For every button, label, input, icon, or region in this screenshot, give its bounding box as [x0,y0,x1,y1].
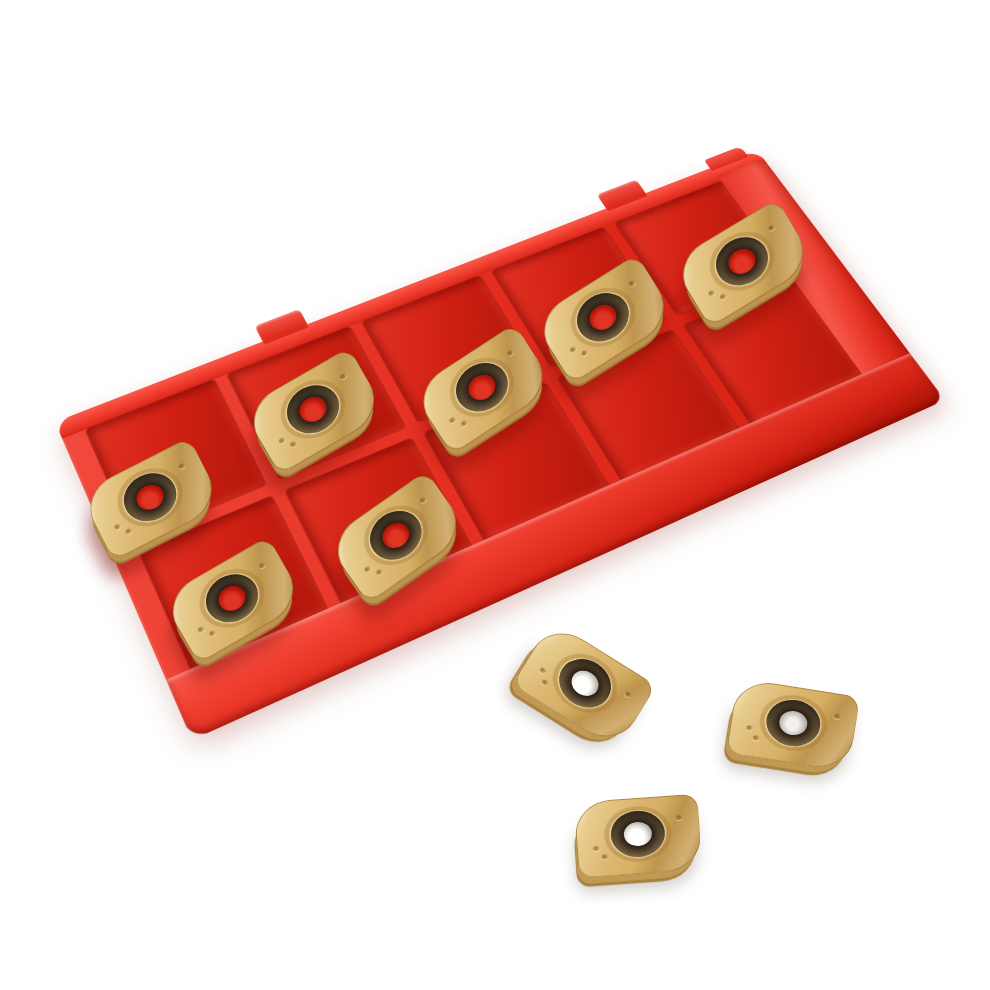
insert-dimple [178,462,187,470]
insert-dimple [592,846,599,851]
insert-dimple [363,566,372,574]
insert-bore [377,517,414,553]
insert-bore [724,244,760,279]
insert-dimple [419,496,428,504]
insert-bore [214,581,250,616]
milling-insert-r1c5 [670,198,815,327]
milling-insert-r1c1 [79,437,224,561]
insert-dimple [707,290,716,298]
insert-dimple [752,735,760,741]
insert-dimple [676,815,683,820]
insert-dimple [448,417,457,425]
insert-bore [567,666,604,701]
insert-dimple [538,667,547,675]
insert-dimple [624,691,633,699]
insert-bore [778,709,809,737]
milling-insert-r2c1 [160,536,305,664]
milling-insert-loose-1 [511,620,656,750]
milling-insert-loose-3 [574,794,703,878]
insert-dimple [258,562,267,570]
insert-dimple [506,349,515,357]
milling-insert-loose-2 [726,678,860,772]
insert-dimple [601,854,608,859]
insert-dimple [834,714,842,720]
insert-bore [295,392,331,427]
milling-insert-r1c4 [531,254,676,384]
backdrop [0,0,990,990]
insert-bore [463,369,500,404]
inserts-layer [0,0,990,990]
insert-dimple [197,626,206,634]
milling-insert-r2c2 [324,470,469,603]
milling-insert-r1c3 [410,323,555,454]
milling-insert-r1c2 [241,347,386,475]
insert-bore [132,480,168,514]
insert-dimple [745,725,753,731]
insert-dimple [628,280,637,288]
insert-dimple [278,437,287,445]
insert-dimple [767,224,776,232]
insert-bore [585,300,622,335]
insert-dimple [113,523,122,531]
insert-dimple [569,346,578,354]
insert-bore [623,821,653,847]
insert-dimple [339,373,348,381]
